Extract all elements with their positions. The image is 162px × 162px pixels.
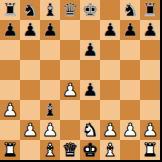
square-b1[interactable] xyxy=(20,140,40,160)
piece-white-pawn[interactable]: ♟ xyxy=(42,120,58,140)
square-a7[interactable]: ♟ xyxy=(0,20,20,40)
square-g4[interactable] xyxy=(120,80,140,100)
square-h6[interactable] xyxy=(140,40,160,60)
square-c6[interactable] xyxy=(40,40,60,60)
piece-white-pawn[interactable]: ♟ xyxy=(122,120,138,140)
square-h5[interactable] xyxy=(140,60,160,80)
piece-black-pawn[interactable]: ♟ xyxy=(142,20,158,40)
square-f7[interactable]: ♟ xyxy=(100,20,120,40)
square-e4[interactable]: ♟ xyxy=(80,80,100,100)
square-b4[interactable] xyxy=(20,80,40,100)
square-h7[interactable]: ♟ xyxy=(140,20,160,40)
piece-black-pawn[interactable]: ♟ xyxy=(42,20,58,40)
piece-white-knight[interactable]: ♞ xyxy=(82,120,98,140)
square-h2[interactable]: ♟ xyxy=(140,120,160,140)
square-c2[interactable]: ♟ xyxy=(40,120,60,140)
square-c5[interactable] xyxy=(40,60,60,80)
square-b2[interactable]: ♟ xyxy=(20,120,40,140)
square-g2[interactable]: ♟ xyxy=(120,120,140,140)
square-d3[interactable] xyxy=(60,100,80,120)
square-f6[interactable] xyxy=(100,40,120,60)
piece-white-pawn[interactable]: ♟ xyxy=(22,120,38,140)
square-a3[interactable]: ♟ xyxy=(0,100,20,120)
square-a5[interactable] xyxy=(0,60,20,80)
square-f1[interactable]: ♝ xyxy=(100,140,120,160)
piece-black-king[interactable]: ♚ xyxy=(82,0,98,20)
square-d2[interactable] xyxy=(60,120,80,140)
square-c1[interactable]: ♝ xyxy=(40,140,60,160)
piece-black-bishop[interactable]: ♝ xyxy=(42,0,58,20)
square-d1[interactable]: ♛ xyxy=(60,140,80,160)
square-g5[interactable] xyxy=(120,60,140,80)
square-a4[interactable] xyxy=(0,80,20,100)
square-e6[interactable]: ♟ xyxy=(80,40,100,60)
square-f8[interactable] xyxy=(100,0,120,20)
square-a2[interactable] xyxy=(0,120,20,140)
square-e7[interactable] xyxy=(80,20,100,40)
square-h3[interactable] xyxy=(140,100,160,120)
piece-black-knight[interactable]: ♞ xyxy=(122,0,138,20)
piece-white-pawn[interactable]: ♟ xyxy=(102,120,118,140)
piece-black-pawn[interactable]: ♟ xyxy=(82,80,98,100)
piece-black-rook[interactable]: ♜ xyxy=(142,0,158,20)
piece-white-rook[interactable]: ♜ xyxy=(2,140,18,160)
square-e5[interactable] xyxy=(80,60,100,80)
square-g6[interactable] xyxy=(120,40,140,60)
square-h8[interactable]: ♜ xyxy=(140,0,160,20)
piece-white-rook[interactable]: ♜ xyxy=(142,140,158,160)
square-c8[interactable]: ♝ xyxy=(40,0,60,20)
square-c7[interactable]: ♟ xyxy=(40,20,60,40)
square-e2[interactable]: ♞ xyxy=(80,120,100,140)
square-d4[interactable]: ♟ xyxy=(60,80,80,100)
piece-black-pawn[interactable]: ♟ xyxy=(82,40,98,60)
piece-black-queen[interactable]: ♛ xyxy=(62,0,78,20)
piece-white-pawn[interactable]: ♟ xyxy=(142,120,158,140)
square-g7[interactable]: ♟ xyxy=(120,20,140,40)
square-d5[interactable] xyxy=(60,60,80,80)
square-a8[interactable]: ♜ xyxy=(0,0,20,20)
square-f3[interactable] xyxy=(100,100,120,120)
piece-white-king[interactable]: ♚ xyxy=(82,140,98,160)
square-f2[interactable]: ♟ xyxy=(100,120,120,140)
square-c3[interactable]: ♝ xyxy=(40,100,60,120)
square-a6[interactable] xyxy=(0,40,20,60)
piece-black-pawn[interactable]: ♟ xyxy=(22,20,38,40)
square-d7[interactable] xyxy=(60,20,80,40)
square-f5[interactable] xyxy=(100,60,120,80)
piece-black-rook[interactable]: ♜ xyxy=(2,0,18,20)
piece-black-pawn[interactable]: ♟ xyxy=(122,20,138,40)
piece-black-bishop[interactable]: ♝ xyxy=(42,100,58,120)
square-g8[interactable]: ♞ xyxy=(120,0,140,20)
piece-black-knight[interactable]: ♞ xyxy=(22,0,38,20)
square-h1[interactable]: ♜ xyxy=(140,140,160,160)
piece-black-pawn[interactable]: ♟ xyxy=(102,20,118,40)
chess-board: ♜♞♝♛♚♞♜♟♟♟♟♟♟♟♟♟♟♝♟♟♞♟♟♟♜♝♛♚♝♜ xyxy=(0,0,160,160)
square-h4[interactable] xyxy=(140,80,160,100)
square-g3[interactable] xyxy=(120,100,140,120)
piece-white-pawn[interactable]: ♟ xyxy=(2,100,18,120)
square-d8[interactable]: ♛ xyxy=(60,0,80,20)
square-b3[interactable] xyxy=(20,100,40,120)
square-e3[interactable] xyxy=(80,100,100,120)
piece-white-bishop[interactable]: ♝ xyxy=(42,140,58,160)
piece-white-pawn[interactable]: ♟ xyxy=(62,80,78,100)
square-c4[interactable] xyxy=(40,80,60,100)
square-d6[interactable] xyxy=(60,40,80,60)
piece-white-queen[interactable]: ♛ xyxy=(62,140,78,160)
square-f4[interactable] xyxy=(100,80,120,100)
square-b8[interactable]: ♞ xyxy=(20,0,40,20)
chess-board-frame: ♜♞♝♛♚♞♜♟♟♟♟♟♟♟♟♟♟♝♟♟♞♟♟♟♜♝♛♚♝♜ xyxy=(0,0,162,162)
square-a1[interactable]: ♜ xyxy=(0,140,20,160)
square-e1[interactable]: ♚ xyxy=(80,140,100,160)
square-b7[interactable]: ♟ xyxy=(20,20,40,40)
piece-white-bishop[interactable]: ♝ xyxy=(102,140,118,160)
square-b5[interactable] xyxy=(20,60,40,80)
square-b6[interactable] xyxy=(20,40,40,60)
piece-black-pawn[interactable]: ♟ xyxy=(2,20,18,40)
square-e8[interactable]: ♚ xyxy=(80,0,100,20)
square-g1[interactable] xyxy=(120,140,140,160)
